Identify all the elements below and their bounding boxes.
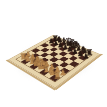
piece-black-pawn[interactable]: ♟ bbox=[79, 52, 93, 60]
product-photo-scene: ♜♟♟♜♞♟♟♞♝♟♟♝♛♟♟♛♚♟♟♚♝♟♟♝♞♟♟♞♜♟♟♜ bbox=[0, 0, 107, 107]
chess-board[interactable]: ♜♟♟♜♞♟♟♞♝♟♟♝♛♟♟♛♚♟♟♚♝♟♟♝♞♟♟♞♜♟♟♜ bbox=[8, 35, 100, 88]
board-square[interactable]: ♜ bbox=[49, 75, 60, 82]
piece-white-rook[interactable]: ♜ bbox=[50, 70, 65, 81]
